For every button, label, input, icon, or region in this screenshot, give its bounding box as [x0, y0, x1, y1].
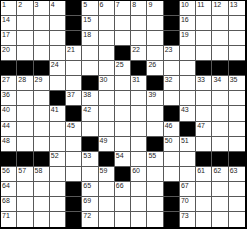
clue-number: 26: [148, 61, 156, 69]
grid-cell[interactable]: [66, 61, 82, 76]
black-cell: [34, 61, 50, 76]
grid-cell[interactable]: [212, 16, 228, 31]
black-cell: [115, 46, 131, 61]
grid-cell[interactable]: [164, 91, 180, 106]
grid-cell[interactable]: 33: [196, 76, 212, 91]
clue-number: 65: [83, 182, 91, 190]
grid-cell[interactable]: [115, 106, 131, 121]
black-cell: [196, 152, 212, 167]
grid-cell[interactable]: 66: [115, 182, 131, 197]
grid-cell[interactable]: [164, 152, 180, 167]
grid-cell[interactable]: [50, 197, 66, 212]
grid-cell[interactable]: [147, 31, 163, 46]
crossword-grid: 1234567891011121314151617181920212223242…: [0, 0, 247, 229]
grid-cell[interactable]: 67: [180, 182, 196, 197]
grid-cell[interactable]: [229, 182, 245, 197]
black-cell: [17, 152, 33, 167]
clue-number: 48: [2, 137, 10, 145]
clue-number: 40: [2, 106, 10, 114]
grid-cell[interactable]: [180, 91, 196, 106]
black-cell: [66, 197, 82, 212]
grid-cell[interactable]: [196, 46, 212, 61]
grid-cell[interactable]: [99, 197, 115, 212]
grid-cell[interactable]: [115, 212, 131, 227]
grid-cell[interactable]: 20: [1, 46, 17, 61]
grid-cell[interactable]: [17, 106, 33, 121]
grid-cell[interactable]: [229, 212, 245, 227]
black-cell: [229, 152, 245, 167]
grid-cell[interactable]: 16: [180, 16, 196, 31]
clue-number: 68: [2, 197, 10, 205]
black-cell: [17, 61, 33, 76]
grid-cell[interactable]: [131, 16, 147, 31]
clue-number: 41: [51, 106, 59, 114]
black-cell: [164, 197, 180, 212]
clue-number: 23: [165, 46, 173, 54]
clue-number: 49: [100, 137, 108, 145]
black-cell: [147, 76, 163, 91]
grid-cell[interactable]: 3: [34, 1, 50, 16]
grid-cell[interactable]: 69: [82, 197, 98, 212]
grid-cell[interactable]: [17, 197, 33, 212]
grid-cell[interactable]: [99, 61, 115, 76]
grid-cell[interactable]: [50, 16, 66, 31]
grid-cell[interactable]: [115, 76, 131, 91]
grid-cell[interactable]: [115, 91, 131, 106]
black-cell: [164, 182, 180, 197]
grid-cell[interactable]: [147, 197, 163, 212]
clue-number: 8: [132, 1, 136, 9]
clue-number: 36: [2, 91, 10, 99]
grid-cell[interactable]: [50, 122, 66, 137]
grid-cell[interactable]: [115, 31, 131, 46]
grid-cell[interactable]: 38: [82, 91, 98, 106]
grid-cell[interactable]: [115, 122, 131, 137]
grid-cell[interactable]: 30: [99, 76, 115, 91]
grid-cell[interactable]: [147, 167, 163, 182]
grid-cell[interactable]: [115, 16, 131, 31]
grid-cell[interactable]: 5: [82, 1, 98, 16]
clue-number: 46: [165, 122, 173, 130]
grid-cell[interactable]: [229, 31, 245, 46]
clue-number: 63: [230, 167, 238, 175]
grid-cell[interactable]: 18: [82, 31, 98, 46]
grid-cell[interactable]: [34, 122, 50, 137]
clue-number: 12: [213, 1, 221, 9]
grid-cell[interactable]: 17: [1, 31, 17, 46]
black-cell: [82, 137, 98, 152]
clue-number: 55: [148, 152, 156, 160]
grid-cell[interactable]: 65: [82, 182, 98, 197]
grid-cell[interactable]: 70: [180, 197, 196, 212]
grid-cell[interactable]: 14: [1, 16, 17, 31]
grid-cell[interactable]: [17, 182, 33, 197]
grid-cell[interactable]: [131, 106, 147, 121]
grid-cell[interactable]: [82, 122, 98, 137]
grid-cell[interactable]: [147, 182, 163, 197]
clue-number: 70: [181, 197, 189, 205]
clue-number: 43: [181, 106, 189, 114]
grid-cell[interactable]: [34, 106, 50, 121]
grid-cell[interactable]: 47: [196, 122, 212, 137]
grid-cell[interactable]: 55: [147, 152, 163, 167]
clue-number: 21: [67, 46, 75, 54]
clue-number: 44: [2, 122, 10, 130]
black-cell: [34, 152, 50, 167]
grid-cell[interactable]: [99, 212, 115, 227]
grid-cell[interactable]: [196, 182, 212, 197]
grid-cell[interactable]: [34, 182, 50, 197]
grid-cell[interactable]: [50, 212, 66, 227]
black-cell: [115, 167, 131, 182]
clue-number: 16: [181, 16, 189, 24]
grid-cell[interactable]: 72: [82, 212, 98, 227]
grid-cell[interactable]: 40: [1, 106, 17, 121]
black-cell: [99, 152, 115, 167]
grid-cell[interactable]: 62: [212, 167, 228, 182]
clue-number: 51: [181, 137, 189, 145]
clue-number: 14: [2, 16, 10, 24]
grid-cell[interactable]: 15: [82, 16, 98, 31]
grid-cell[interactable]: [196, 197, 212, 212]
grid-cell[interactable]: [196, 91, 212, 106]
grid-cell[interactable]: [66, 137, 82, 152]
clue-number: 2: [18, 1, 22, 9]
grid-cell[interactable]: 10: [180, 1, 196, 16]
grid-cell[interactable]: [147, 46, 163, 61]
clue-number: 5: [83, 1, 87, 9]
grid-cell[interactable]: 39: [147, 91, 163, 106]
grid-cell[interactable]: 43: [180, 106, 196, 121]
grid-cell[interactable]: 25: [115, 61, 131, 76]
grid-cell[interactable]: [212, 106, 228, 121]
grid-cell[interactable]: 27: [1, 76, 17, 91]
clue-number: 29: [35, 76, 43, 84]
grid-cell[interactable]: 35: [229, 76, 245, 91]
grid-cell[interactable]: [131, 197, 147, 212]
grid-cell[interactable]: [99, 182, 115, 197]
grid-cell[interactable]: 58: [34, 167, 50, 182]
grid-cell[interactable]: [131, 182, 147, 197]
grid-cell[interactable]: 42: [82, 106, 98, 121]
clue-number: 6: [100, 1, 104, 9]
grid-cell[interactable]: [212, 46, 228, 61]
clue-number: 66: [116, 182, 124, 190]
grid-cell[interactable]: 54: [115, 152, 131, 167]
grid-cell[interactable]: 45: [66, 122, 82, 137]
clue-number: 57: [18, 167, 26, 175]
grid-cell[interactable]: [17, 212, 33, 227]
clue-number: 35: [230, 76, 238, 84]
grid-cell[interactable]: [82, 61, 98, 76]
grid-cell[interactable]: 24: [50, 61, 66, 76]
grid-cell[interactable]: [212, 122, 228, 137]
clue-number: 27: [2, 76, 10, 84]
grid-cell[interactable]: [212, 91, 228, 106]
grid-cell[interactable]: [164, 167, 180, 182]
clue-number: 31: [132, 76, 140, 84]
grid-cell[interactable]: 61: [196, 167, 212, 182]
clue-number: 38: [83, 91, 91, 99]
grid-cell[interactable]: [82, 167, 98, 182]
grid-cell[interactable]: 8: [131, 1, 147, 16]
grid-cell[interactable]: 31: [131, 76, 147, 91]
clue-number: 62: [213, 167, 221, 175]
grid-cell[interactable]: [34, 197, 50, 212]
grid-cell[interactable]: 9: [147, 1, 163, 16]
grid-cell[interactable]: 49: [99, 137, 115, 152]
clue-number: 45: [67, 122, 75, 130]
grid-cell[interactable]: 71: [1, 212, 17, 227]
grid-cell[interactable]: [34, 91, 50, 106]
grid-cell[interactable]: [34, 16, 50, 31]
black-cell: [147, 137, 163, 152]
clue-number: 69: [83, 197, 91, 205]
grid-cell[interactable]: [50, 76, 66, 91]
grid-cell[interactable]: [17, 91, 33, 106]
grid-cell[interactable]: 7: [115, 1, 131, 16]
grid-cell[interactable]: 21: [66, 46, 82, 61]
grid-cell[interactable]: [180, 76, 196, 91]
grid-cell[interactable]: 68: [1, 197, 17, 212]
grid-cell[interactable]: 13: [229, 1, 245, 16]
grid-cell[interactable]: [115, 137, 131, 152]
grid-cell[interactable]: 53: [82, 152, 98, 167]
grid-cell[interactable]: [99, 122, 115, 137]
black-cell: [164, 31, 180, 46]
grid-cell[interactable]: [34, 31, 50, 46]
grid-cell[interactable]: 52: [50, 152, 66, 167]
grid-cell[interactable]: [196, 212, 212, 227]
clue-number: 67: [181, 182, 189, 190]
grid-cell[interactable]: 6: [99, 1, 115, 16]
clue-number: 4: [51, 1, 55, 9]
black-cell: [164, 16, 180, 31]
grid-cell[interactable]: 60: [131, 167, 147, 182]
grid-cell[interactable]: 37: [66, 91, 82, 106]
clue-number: 56: [2, 167, 10, 175]
clue-number: 34: [213, 76, 221, 84]
clue-number: 60: [132, 167, 140, 175]
grid-cell[interactable]: [131, 212, 147, 227]
grid-cell[interactable]: 63: [229, 167, 245, 182]
grid-cell[interactable]: [34, 212, 50, 227]
black-cell: [164, 1, 180, 16]
grid-cell[interactable]: [17, 122, 33, 137]
black-cell: [82, 76, 98, 91]
grid-cell[interactable]: [131, 91, 147, 106]
grid-cell[interactable]: [131, 122, 147, 137]
black-cell: [212, 61, 228, 76]
clue-number: 64: [2, 182, 10, 190]
grid-cell[interactable]: 4: [50, 1, 66, 16]
grid-cell[interactable]: 2: [17, 1, 33, 16]
grid-cell[interactable]: [180, 167, 196, 182]
grid-cell[interactable]: 50: [164, 137, 180, 152]
clue-number: 32: [165, 76, 173, 84]
clue-number: 52: [51, 152, 59, 160]
black-cell: [164, 212, 180, 227]
clue-number: 19: [181, 31, 189, 39]
grid-cell[interactable]: 12: [212, 1, 228, 16]
black-cell: [66, 212, 82, 227]
clue-number: 9: [148, 1, 152, 9]
grid-cell[interactable]: 32: [164, 76, 180, 91]
black-cell: [66, 182, 82, 197]
grid-cell[interactable]: [34, 46, 50, 61]
clue-number: 61: [197, 167, 205, 175]
grid-cell[interactable]: 29: [34, 76, 50, 91]
clue-number: 20: [2, 46, 10, 54]
black-cell: [229, 61, 245, 76]
clue-number: 47: [197, 122, 205, 130]
grid-cell[interactable]: [229, 46, 245, 61]
black-cell: [50, 91, 66, 106]
grid-cell[interactable]: [17, 16, 33, 31]
grid-cell[interactable]: [115, 197, 131, 212]
grid-cell[interactable]: 36: [1, 91, 17, 106]
clue-number: 17: [2, 31, 10, 39]
clue-number: 18: [83, 31, 91, 39]
grid-cell[interactable]: [131, 152, 147, 167]
grid-cell[interactable]: [212, 137, 228, 152]
clue-number: 13: [230, 1, 238, 9]
black-cell: [66, 106, 82, 121]
clue-number: 15: [83, 16, 91, 24]
grid-cell[interactable]: 22: [131, 46, 147, 61]
clue-number: 50: [165, 137, 173, 145]
clue-number: 11: [197, 1, 204, 9]
grid-cell[interactable]: 44: [1, 122, 17, 137]
grid-cell[interactable]: [164, 61, 180, 76]
grid-cell[interactable]: [66, 152, 82, 167]
grid-cell[interactable]: [99, 106, 115, 121]
grid-cell[interactable]: [229, 137, 245, 152]
grid-cell[interactable]: [196, 137, 212, 152]
grid-cell[interactable]: [229, 91, 245, 106]
grid-cell[interactable]: [34, 137, 50, 152]
clue-number: 24: [51, 61, 59, 69]
grid-cell[interactable]: [50, 31, 66, 46]
grid-cell[interactable]: [212, 31, 228, 46]
grid-cell[interactable]: [229, 197, 245, 212]
grid-cell[interactable]: 51: [180, 137, 196, 152]
grid-cell[interactable]: [196, 31, 212, 46]
clue-number: 1: [2, 1, 6, 9]
clue-number: 71: [2, 212, 10, 220]
clue-number: 72: [83, 212, 91, 220]
clue-number: 28: [18, 76, 26, 84]
grid-cell[interactable]: 46: [164, 122, 180, 137]
grid-cell[interactable]: 48: [1, 137, 17, 152]
grid-cell[interactable]: [229, 106, 245, 121]
grid-cell[interactable]: 26: [147, 61, 163, 76]
grid-cell[interactable]: [131, 31, 147, 46]
grid-cell[interactable]: [50, 137, 66, 152]
black-cell: [66, 31, 82, 46]
grid-cell[interactable]: [99, 91, 115, 106]
grid-cell[interactable]: [131, 137, 147, 152]
clue-number: 53: [83, 152, 91, 160]
clue-number: 7: [116, 1, 120, 9]
grid-cell[interactable]: 59: [99, 167, 115, 182]
grid-cell[interactable]: [99, 46, 115, 61]
grid-cell[interactable]: 64: [1, 182, 17, 197]
grid-cell[interactable]: 34: [212, 76, 228, 91]
clue-number: 10: [181, 1, 189, 9]
clue-number: 22: [132, 46, 140, 54]
grid-cell[interactable]: [50, 46, 66, 61]
clue-number: 39: [148, 91, 156, 99]
grid-cell[interactable]: 41: [50, 106, 66, 121]
grid-cell[interactable]: [180, 152, 196, 167]
grid-cell[interactable]: [212, 197, 228, 212]
grid-cell[interactable]: [147, 16, 163, 31]
grid-cell[interactable]: [82, 46, 98, 61]
grid-cell[interactable]: 57: [17, 167, 33, 182]
clue-number: 30: [100, 76, 108, 84]
black-cell: [66, 1, 82, 16]
black-cell: [164, 106, 180, 121]
grid-cell[interactable]: [196, 16, 212, 31]
clue-number: 58: [35, 167, 43, 175]
grid-cell[interactable]: [17, 137, 33, 152]
clue-number: 59: [100, 167, 108, 175]
grid-cell[interactable]: 1: [1, 1, 17, 16]
grid-cell[interactable]: 28: [17, 76, 33, 91]
black-cell: [1, 61, 17, 76]
grid-cell[interactable]: [196, 106, 212, 121]
clue-number: 73: [181, 212, 189, 220]
black-cell: [131, 61, 147, 76]
black-cell: [66, 16, 82, 31]
grid-cell[interactable]: [50, 182, 66, 197]
grid-cell[interactable]: 11: [196, 1, 212, 16]
grid-cell[interactable]: [50, 167, 66, 182]
grid-cell[interactable]: [180, 46, 196, 61]
grid-cell[interactable]: 19: [180, 31, 196, 46]
clue-number: 25: [116, 61, 124, 69]
grid-cell[interactable]: [147, 106, 163, 121]
black-cell: [196, 61, 212, 76]
grid-cell[interactable]: [17, 46, 33, 61]
grid-cell[interactable]: [99, 16, 115, 31]
grid-cell[interactable]: [17, 31, 33, 46]
black-cell: [1, 152, 17, 167]
grid-cell[interactable]: [99, 31, 115, 46]
clue-number: 42: [83, 106, 91, 114]
grid-cell[interactable]: [66, 76, 82, 91]
grid-cell[interactable]: 23: [164, 46, 180, 61]
clue-number: 54: [116, 152, 124, 160]
grid-cell[interactable]: [229, 16, 245, 31]
grid-cell[interactable]: 56: [1, 167, 17, 182]
clue-number: 3: [35, 1, 39, 9]
grid-cell[interactable]: [212, 182, 228, 197]
grid-cell[interactable]: [66, 167, 82, 182]
grid-cell[interactable]: 73: [180, 212, 196, 227]
black-cell: [180, 122, 196, 137]
clue-number: 33: [197, 76, 205, 84]
grid-cell[interactable]: [212, 212, 228, 227]
grid-cell[interactable]: [229, 122, 245, 137]
grid-cell[interactable]: [147, 212, 163, 227]
grid-cell[interactable]: [180, 61, 196, 76]
grid-cell[interactable]: [147, 122, 163, 137]
clue-number: 37: [67, 91, 75, 99]
black-cell: [212, 152, 228, 167]
